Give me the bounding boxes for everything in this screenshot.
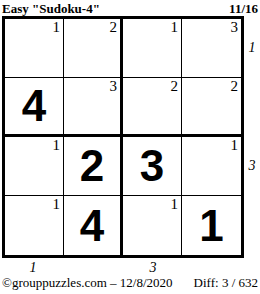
row-outer-label-3: 3 — [245, 159, 259, 173]
corner-mark: 1 — [171, 19, 179, 35]
puzzle-title: Easy "Sudoku-4" — [2, 1, 100, 17]
cell-r4c2[interactable]: 4 — [64, 196, 123, 255]
sudoku-board: 1213432212311411 — [2, 16, 244, 258]
given-digit: 2 — [80, 144, 104, 188]
cell-r1c2[interactable]: 2 — [64, 19, 123, 78]
cell-r4c1[interactable]: 1 — [5, 196, 64, 255]
cell-r2c4[interactable]: 2 — [182, 78, 241, 137]
corner-mark: 1 — [171, 196, 179, 212]
corner-mark: 2 — [171, 78, 179, 94]
given-digit: 3 — [140, 144, 164, 188]
cell-r3c3[interactable]: 3 — [123, 137, 182, 196]
cell-r2c2[interactable]: 3 — [64, 78, 123, 137]
row-outer-label-1: 1 — [245, 41, 259, 55]
corner-mark: 1 — [231, 137, 239, 153]
cell-r3c2[interactable]: 2 — [64, 137, 123, 196]
given-digit: 1 — [199, 204, 223, 248]
corner-mark: 2 — [231, 78, 239, 94]
corner-mark: 3 — [110, 78, 118, 94]
page-number: 11/16 — [229, 1, 258, 17]
cell-r3c1[interactable]: 1 — [5, 137, 64, 196]
corner-mark: 1 — [53, 196, 61, 212]
difficulty-text: Diff: 3 / 632 — [194, 275, 258, 291]
given-digit: 4 — [22, 84, 46, 128]
col-outer-label-1: 1 — [26, 261, 40, 275]
cell-r1c3[interactable]: 1 — [123, 19, 182, 78]
cell-r1c4[interactable]: 3 — [182, 19, 241, 78]
col-outer-label-3: 3 — [146, 261, 160, 275]
corner-mark: 3 — [231, 19, 239, 35]
cell-r4c4[interactable]: 1 — [182, 196, 241, 255]
cell-r1c1[interactable]: 1 — [5, 19, 64, 78]
copyright-text: ©grouppuzzles.com – 12/8/2020 — [2, 275, 173, 291]
corner-mark: 1 — [53, 19, 61, 35]
cell-r3c4[interactable]: 1 — [182, 137, 241, 196]
corner-mark: 1 — [53, 137, 61, 153]
cell-r2c3[interactable]: 2 — [123, 78, 182, 137]
given-digit: 4 — [80, 204, 104, 248]
corner-mark: 2 — [110, 19, 118, 35]
cell-r4c3[interactable]: 1 — [123, 196, 182, 255]
cell-r2c1[interactable]: 4 — [5, 78, 64, 137]
